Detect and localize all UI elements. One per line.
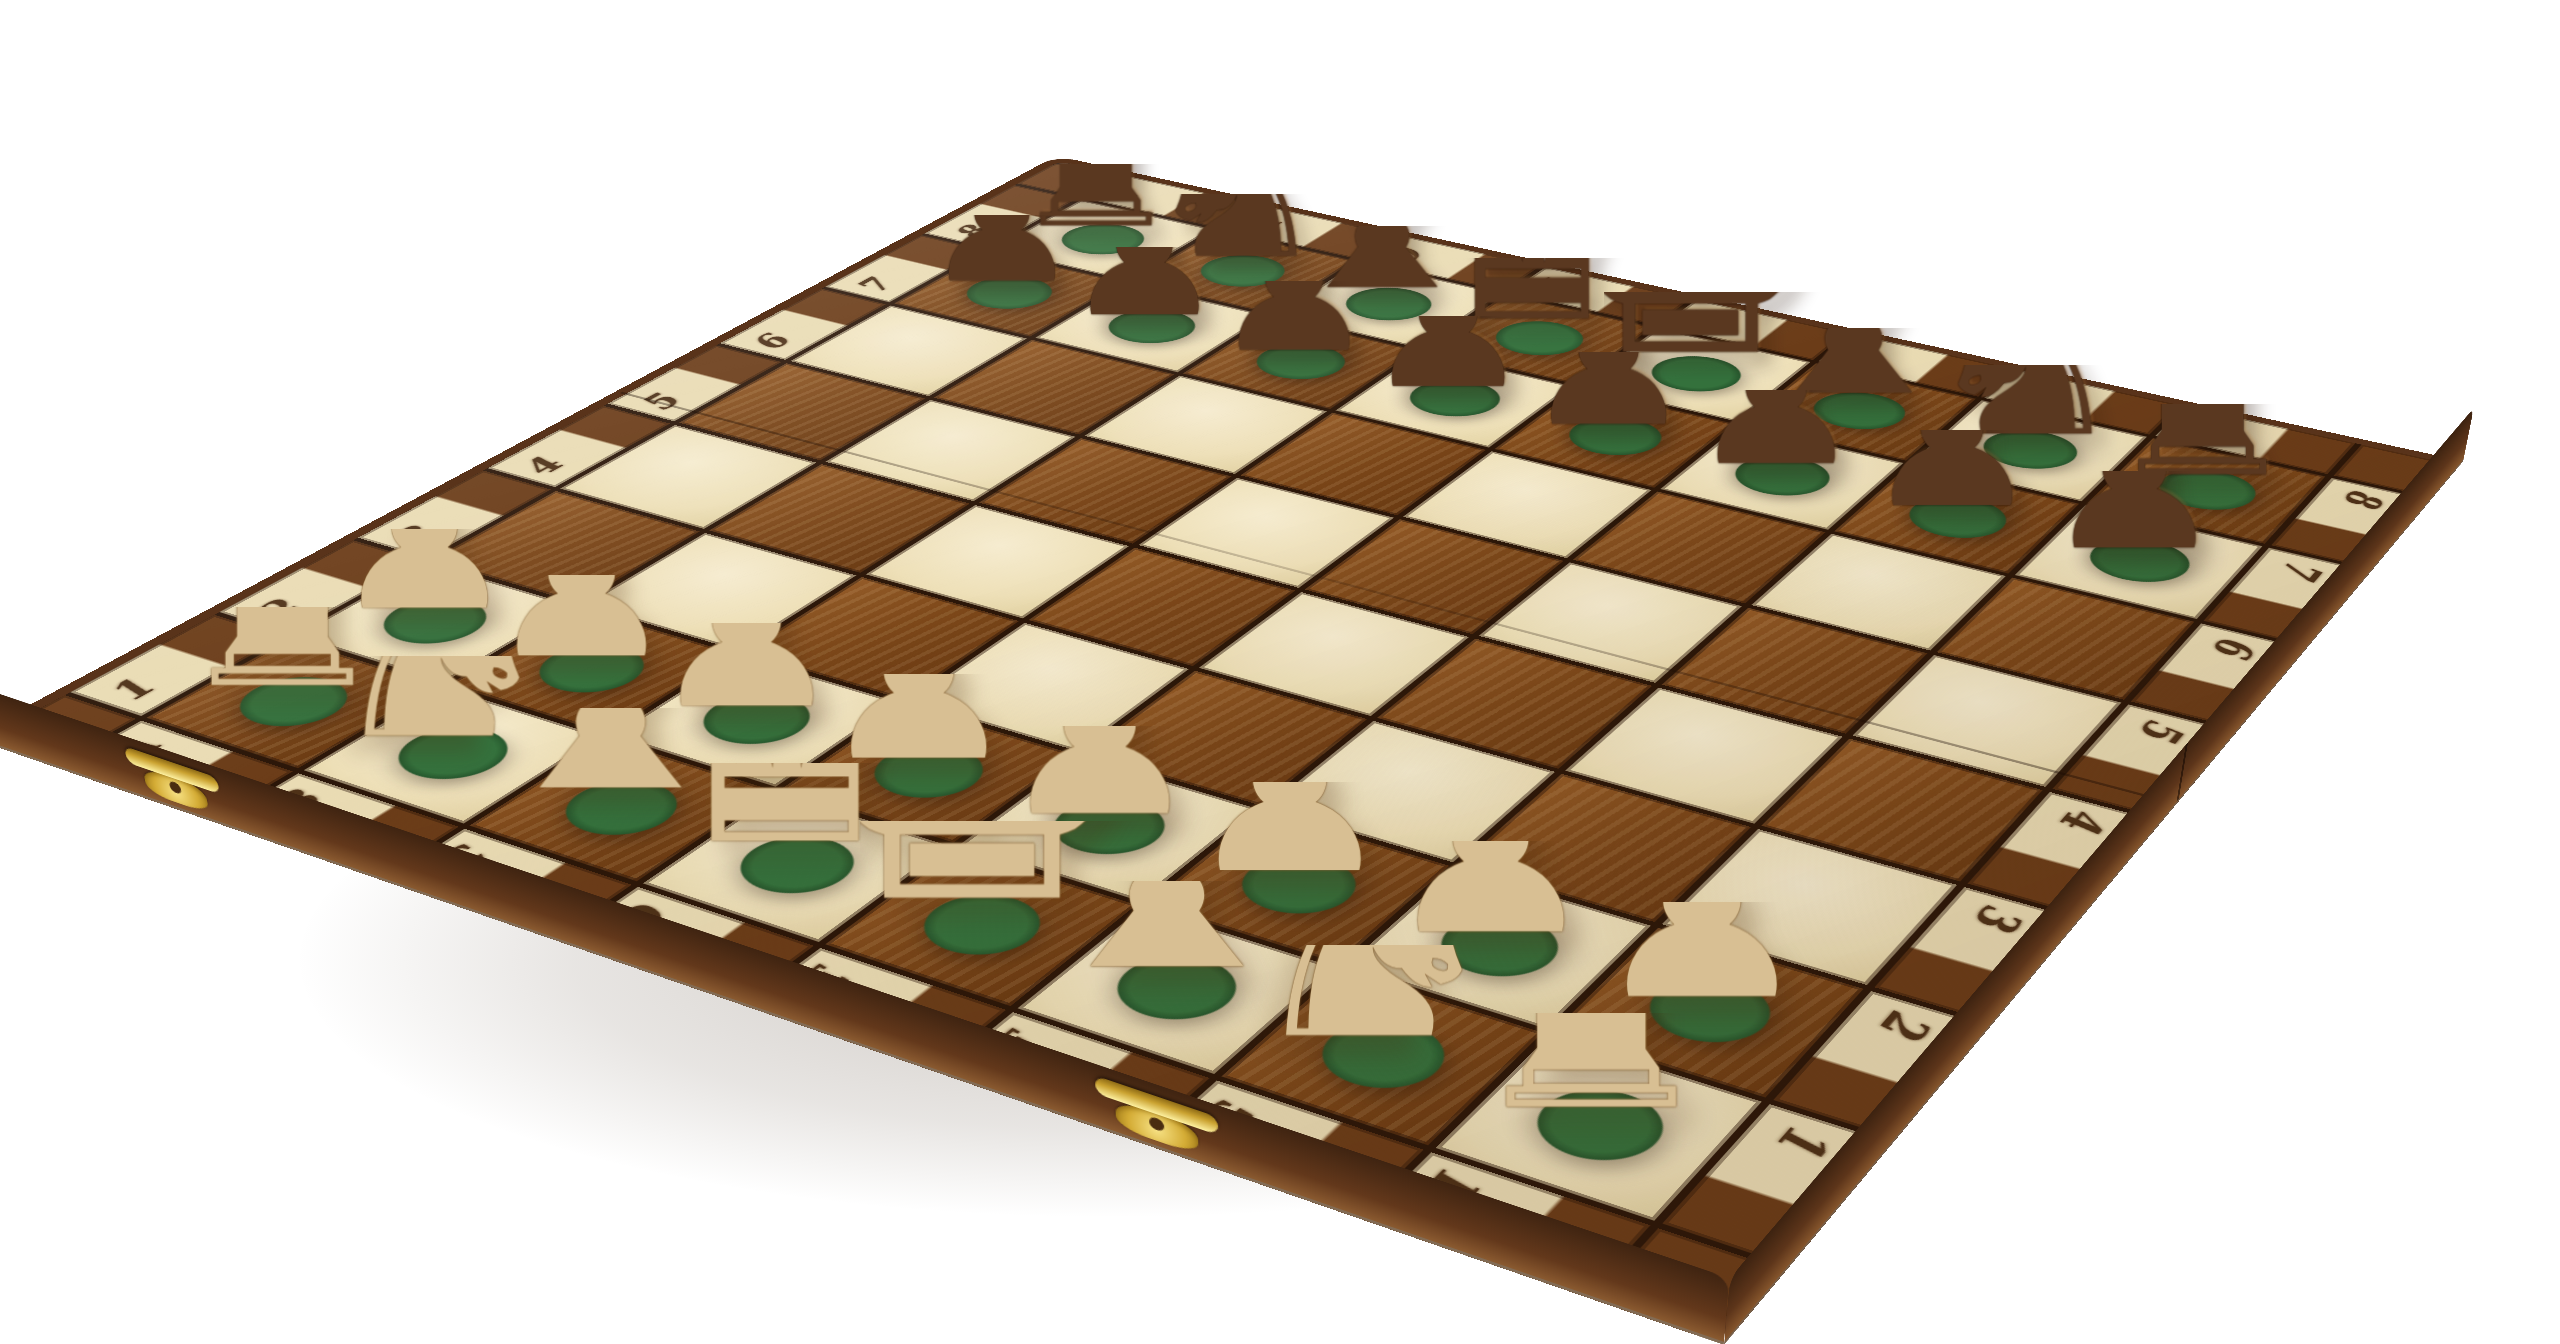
piece-black-pawn[interactable]: ♟ <box>1686 390 1867 546</box>
square-f5[interactable] <box>1479 562 1742 682</box>
square-h1[interactable]: ♜ <box>1435 1035 1761 1221</box>
perspective-wrapper: ABCDEFGH8♜♞♝♛♚♝♞♜87♟♟♟♟♟♟♟♟7665544332♟♟♟… <box>395 0 2205 1344</box>
piece-white-rook[interactable]: ♜ <box>1470 1012 1713 1221</box>
